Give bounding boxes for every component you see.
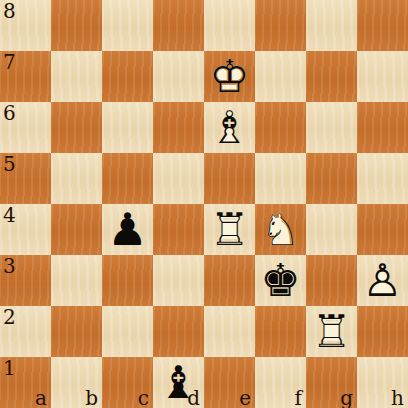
square-a2[interactable]: 2 [0,306,51,357]
square-h3[interactable]: ♟♙ [357,255,408,306]
square-g7[interactable] [306,51,357,102]
square-b2[interactable] [51,306,102,357]
square-d8[interactable] [153,0,204,51]
square-e1[interactable]: e [204,357,255,408]
square-e5[interactable] [204,153,255,204]
file-label-a: a [35,387,47,408]
file-label-f: f [295,387,302,408]
rank-label-5: 5 [3,153,16,175]
square-h4[interactable] [357,204,408,255]
file-label-g: g [340,387,353,408]
square-d7[interactable] [153,51,204,102]
square-a4[interactable]: 4 [0,204,51,255]
square-b5[interactable] [51,153,102,204]
rank-label-3: 3 [3,255,16,277]
square-a5[interactable]: 5 [0,153,51,204]
file-label-h: h [391,387,404,408]
square-a8[interactable]: 8 [0,0,51,51]
black-bishop[interactable]: ♝ [153,357,204,408]
square-a3[interactable]: 3 [0,255,51,306]
square-f3[interactable]: ♚ [255,255,306,306]
file-label-b: b [85,387,98,408]
square-c6[interactable] [102,102,153,153]
square-c1[interactable]: c [102,357,153,408]
square-a7[interactable]: 7 [0,51,51,102]
black-bishop-glyph: ♝ [158,360,198,405]
rank-label-8: 8 [3,0,16,22]
black-king[interactable]: ♚ [255,255,306,306]
file-label-c: c [138,387,149,408]
square-e2[interactable] [204,306,255,357]
square-f5[interactable] [255,153,306,204]
square-f4[interactable]: ♞♘ [255,204,306,255]
square-d4[interactable] [153,204,204,255]
rank-label-1: 1 [3,357,16,379]
white-rook[interactable]: ♜♖ [204,204,255,255]
white-bishop[interactable]: ♝♗ [204,102,255,153]
white-pawn[interactable]: ♟♙ [357,255,408,306]
square-g5[interactable] [306,153,357,204]
square-a6[interactable]: 6 [0,102,51,153]
square-f8[interactable] [255,0,306,51]
square-b7[interactable] [51,51,102,102]
square-b3[interactable] [51,255,102,306]
square-h1[interactable]: h [357,357,408,408]
square-a1[interactable]: 1a [0,357,51,408]
square-b4[interactable] [51,204,102,255]
rank-label-2: 2 [3,306,16,328]
square-e7[interactable]: ♚♔ [204,51,255,102]
rank-label-6: 6 [3,102,16,124]
square-c4[interactable]: ♟ [102,204,153,255]
white-king-outline: ♔ [209,54,249,99]
square-g1[interactable]: g [306,357,357,408]
square-d5[interactable] [153,153,204,204]
square-c2[interactable] [102,306,153,357]
square-d2[interactable] [153,306,204,357]
square-d1[interactable]: d♝ [153,357,204,408]
white-rook-outline: ♖ [209,207,249,252]
white-bishop-outline: ♗ [209,105,249,150]
square-b1[interactable]: b [51,357,102,408]
file-label-e: e [239,387,251,408]
rank-label-7: 7 [3,51,16,73]
square-f7[interactable] [255,51,306,102]
square-h5[interactable] [357,153,408,204]
square-b6[interactable] [51,102,102,153]
square-g3[interactable] [306,255,357,306]
rank-label-4: 4 [3,204,16,226]
white-knight-outline: ♘ [260,207,300,252]
black-pawn[interactable]: ♟ [102,204,153,255]
white-pawn-outline: ♙ [362,258,402,303]
square-e6[interactable]: ♝♗ [204,102,255,153]
square-g2[interactable]: ♜♖ [306,306,357,357]
square-g8[interactable] [306,0,357,51]
square-h7[interactable] [357,51,408,102]
black-pawn-glyph: ♟ [107,207,147,252]
square-c7[interactable] [102,51,153,102]
square-h2[interactable] [357,306,408,357]
square-f2[interactable] [255,306,306,357]
square-h8[interactable] [357,0,408,51]
black-king-glyph: ♚ [260,258,300,303]
white-rook-outline: ♖ [311,309,351,354]
square-h6[interactable] [357,102,408,153]
white-king[interactable]: ♚♔ [204,51,255,102]
square-e8[interactable] [204,0,255,51]
white-rook[interactable]: ♜♖ [306,306,357,357]
square-c5[interactable] [102,153,153,204]
square-d3[interactable] [153,255,204,306]
square-g4[interactable] [306,204,357,255]
square-e3[interactable] [204,255,255,306]
square-f1[interactable]: f [255,357,306,408]
white-knight[interactable]: ♞♘ [255,204,306,255]
square-g6[interactable] [306,102,357,153]
square-e4[interactable]: ♜♖ [204,204,255,255]
square-d6[interactable] [153,102,204,153]
square-c8[interactable] [102,0,153,51]
square-f6[interactable] [255,102,306,153]
square-c3[interactable] [102,255,153,306]
chess-board: 87♚♔6♝♗54♟♜♖♞♘3♚♟♙2♜♖1abcd♝efgh [0,0,408,408]
square-b8[interactable] [51,0,102,51]
